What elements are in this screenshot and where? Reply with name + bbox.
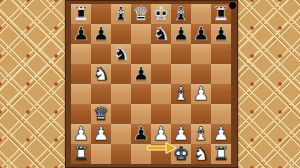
square-c3[interactable] <box>111 104 131 124</box>
square-c6[interactable]: ♞ <box>111 44 131 64</box>
piece-white-pawn[interactable]: ♟ <box>151 124 171 144</box>
piece-black-king[interactable]: ♚ <box>151 4 171 24</box>
piece-black-pawn[interactable]: ♟ <box>131 124 151 144</box>
square-b7[interactable]: ♟ <box>91 24 111 44</box>
square-a1[interactable]: ♜ <box>71 144 91 164</box>
square-g6[interactable] <box>191 44 211 64</box>
square-f2[interactable]: ♟ <box>171 124 191 144</box>
square-h7[interactable]: ♟ <box>211 24 231 44</box>
piece-black-pawn[interactable]: ♟ <box>211 24 231 44</box>
square-g1[interactable]: ♞ <box>191 144 211 164</box>
square-f4[interactable]: ♝ <box>171 84 191 104</box>
piece-white-rook[interactable]: ♜ <box>211 144 231 164</box>
square-b5[interactable]: ♞ <box>91 64 111 84</box>
square-f8[interactable]: ♝ <box>171 4 191 24</box>
square-e3[interactable] <box>151 104 171 124</box>
square-g8[interactable] <box>191 4 211 24</box>
square-c4[interactable] <box>111 84 131 104</box>
square-g4[interactable]: ♟ <box>191 84 211 104</box>
square-d7[interactable] <box>131 24 151 44</box>
piece-black-rook[interactable]: ♜ <box>71 4 91 24</box>
square-h1[interactable]: ♜ <box>211 144 231 164</box>
square-e7[interactable]: ♞ <box>151 24 171 44</box>
square-b3[interactable]: ♛ <box>91 104 111 124</box>
piece-white-rook[interactable]: ♜ <box>71 144 91 164</box>
piece-white-bishop[interactable]: ♝ <box>191 124 211 144</box>
side-to-move-indicator <box>229 2 236 9</box>
square-f1[interactable]: ♚ <box>171 144 191 164</box>
piece-white-bishop[interactable]: ♝ <box>171 84 191 104</box>
square-d1[interactable] <box>131 144 151 164</box>
piece-black-rook[interactable]: ♜ <box>211 4 231 24</box>
piece-black-pawn[interactable]: ♟ <box>171 24 191 44</box>
piece-white-pawn[interactable]: ♟ <box>211 124 231 144</box>
piece-black-pawn[interactable]: ♟ <box>191 24 211 44</box>
square-e6[interactable] <box>151 44 171 64</box>
square-c1[interactable] <box>111 144 131 164</box>
square-d6[interactable] <box>131 44 151 64</box>
chess-app-window: ♜♝♛♚♝♜♟♟♞♟♟♟♞♞♟♝♟♛♟♟♟♟♟♝♟♜♚♞♜ <box>0 0 300 168</box>
square-b6[interactable] <box>91 44 111 64</box>
piece-white-pawn[interactable]: ♟ <box>191 84 211 104</box>
piece-white-pawn[interactable]: ♟ <box>171 124 191 144</box>
piece-black-bishop[interactable]: ♝ <box>171 4 191 24</box>
square-h5[interactable] <box>211 64 231 84</box>
piece-black-bishop[interactable]: ♝ <box>111 4 131 24</box>
square-h8[interactable]: ♜ <box>211 4 231 24</box>
square-f3[interactable] <box>171 104 191 124</box>
piece-white-queen[interactable]: ♛ <box>91 104 111 124</box>
square-b2[interactable]: ♟ <box>91 124 111 144</box>
square-d2[interactable]: ♟ <box>131 124 151 144</box>
square-a8[interactable]: ♜ <box>71 4 91 24</box>
square-g2[interactable]: ♝ <box>191 124 211 144</box>
square-e8[interactable]: ♚ <box>151 4 171 24</box>
square-b8[interactable] <box>91 4 111 24</box>
square-a2[interactable]: ♟ <box>71 124 91 144</box>
square-a4[interactable] <box>71 84 91 104</box>
piece-white-pawn[interactable]: ♟ <box>91 124 111 144</box>
board: ♜♝♛♚♝♜♟♟♞♟♟♟♞♞♟♝♟♛♟♟♟♟♟♝♟♜♚♞♜ <box>71 4 231 164</box>
square-d5[interactable]: ♟ <box>131 64 151 84</box>
square-e4[interactable] <box>151 84 171 104</box>
piece-black-pawn[interactable]: ♟ <box>71 24 91 44</box>
piece-black-queen[interactable]: ♛ <box>131 4 151 24</box>
square-c5[interactable] <box>111 64 131 84</box>
square-h3[interactable] <box>211 104 231 124</box>
square-d3[interactable] <box>131 104 151 124</box>
square-a5[interactable] <box>71 64 91 84</box>
piece-black-pawn[interactable]: ♟ <box>91 24 111 44</box>
square-h6[interactable] <box>211 44 231 64</box>
square-f6[interactable] <box>171 44 191 64</box>
square-d8[interactable]: ♛ <box>131 4 151 24</box>
square-c8[interactable]: ♝ <box>111 4 131 24</box>
piece-white-knight[interactable]: ♞ <box>91 64 111 84</box>
square-g3[interactable] <box>191 104 211 124</box>
piece-black-knight[interactable]: ♞ <box>111 44 131 64</box>
square-e2[interactable]: ♟ <box>151 124 171 144</box>
square-c7[interactable] <box>111 24 131 44</box>
square-d4[interactable] <box>131 84 151 104</box>
piece-white-knight[interactable]: ♞ <box>191 144 211 164</box>
square-a3[interactable] <box>71 104 91 124</box>
square-f5[interactable] <box>171 64 191 84</box>
square-g7[interactable]: ♟ <box>191 24 211 44</box>
square-f7[interactable]: ♟ <box>171 24 191 44</box>
square-a6[interactable] <box>71 44 91 64</box>
square-b4[interactable] <box>91 84 111 104</box>
square-h2[interactable]: ♟ <box>211 124 231 144</box>
piece-white-king[interactable]: ♚ <box>171 144 191 164</box>
square-h4[interactable] <box>211 84 231 104</box>
piece-black-knight[interactable]: ♞ <box>151 24 171 44</box>
square-e1[interactable] <box>151 144 171 164</box>
square-a7[interactable]: ♟ <box>71 24 91 44</box>
piece-black-pawn[interactable]: ♟ <box>131 64 151 84</box>
square-b1[interactable] <box>91 144 111 164</box>
piece-white-pawn[interactable]: ♟ <box>71 124 91 144</box>
square-c2[interactable] <box>111 124 131 144</box>
square-e5[interactable] <box>151 64 171 84</box>
board-frame: ♜♝♛♚♝♜♟♟♞♟♟♟♞♞♟♝♟♛♟♟♟♟♟♝♟♜♚♞♜ <box>65 0 238 168</box>
square-g5[interactable] <box>191 64 211 84</box>
